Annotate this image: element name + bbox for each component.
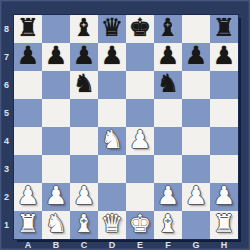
square-g5[interactable] <box>182 99 210 127</box>
square-e6[interactable] <box>126 71 154 99</box>
board: ♜♝♛♚♝♜♟♟♟♟♟♟♟♞♞♞♟♟♟♟♟♟♟♜♞♝♛♚♝♜ <box>14 15 238 239</box>
black-bishop-icon: ♝ <box>157 14 179 42</box>
file-label-f: F <box>154 240 182 250</box>
black-pawn-icon: ♟ <box>73 42 95 70</box>
square-e8[interactable]: ♚ <box>126 15 154 43</box>
black-pawn-icon: ♟ <box>185 42 207 70</box>
square-f4[interactable] <box>154 127 182 155</box>
square-c7[interactable]: ♟ <box>70 43 98 71</box>
white-rook-icon: ♜ <box>213 210 235 238</box>
square-g7[interactable]: ♟ <box>182 43 210 71</box>
square-b1[interactable]: ♞ <box>42 211 70 239</box>
black-pawn-icon: ♟ <box>213 42 235 70</box>
square-d6[interactable] <box>98 71 126 99</box>
square-e1[interactable]: ♚ <box>126 211 154 239</box>
square-f6[interactable]: ♞ <box>154 71 182 99</box>
rank-label-6: 6 <box>0 71 13 99</box>
square-a6[interactable] <box>14 71 42 99</box>
rank-label-3: 3 <box>0 155 13 183</box>
square-b6[interactable] <box>42 71 70 99</box>
square-c1[interactable]: ♝ <box>70 211 98 239</box>
white-bishop-icon: ♝ <box>157 210 179 238</box>
square-a4[interactable] <box>14 127 42 155</box>
file-label-g: G <box>182 240 210 250</box>
square-c5[interactable] <box>70 99 98 127</box>
square-g8[interactable] <box>182 15 210 43</box>
square-a3[interactable] <box>14 155 42 183</box>
white-pawn-icon: ♟ <box>45 182 67 210</box>
white-pawn-icon: ♟ <box>17 182 39 210</box>
square-g4[interactable] <box>182 127 210 155</box>
file-label-c: C <box>70 240 98 250</box>
square-e4[interactable]: ♟ <box>126 127 154 155</box>
square-g2[interactable]: ♟ <box>182 183 210 211</box>
white-knight-icon: ♞ <box>101 126 123 154</box>
square-f8[interactable]: ♝ <box>154 15 182 43</box>
black-queen-icon: ♛ <box>101 14 123 42</box>
square-h8[interactable]: ♜ <box>210 15 238 43</box>
square-b3[interactable] <box>42 155 70 183</box>
square-d5[interactable] <box>98 99 126 127</box>
white-rook-icon: ♜ <box>17 210 39 238</box>
file-label-b: B <box>42 240 70 250</box>
file-label-d: D <box>98 240 126 250</box>
square-a8[interactable]: ♜ <box>14 15 42 43</box>
square-e7[interactable] <box>126 43 154 71</box>
square-b2[interactable]: ♟ <box>42 183 70 211</box>
black-pawn-icon: ♟ <box>45 42 67 70</box>
square-h5[interactable] <box>210 99 238 127</box>
square-e5[interactable] <box>126 99 154 127</box>
white-pawn-icon: ♟ <box>73 182 95 210</box>
square-a2[interactable]: ♟ <box>14 183 42 211</box>
rank-label-1: 1 <box>0 211 13 239</box>
white-king-icon: ♚ <box>129 210 151 238</box>
square-c2[interactable]: ♟ <box>70 183 98 211</box>
white-pawn-icon: ♟ <box>185 182 207 210</box>
square-f3[interactable] <box>154 155 182 183</box>
square-c4[interactable] <box>70 127 98 155</box>
square-d7[interactable]: ♟ <box>98 43 126 71</box>
square-h6[interactable] <box>210 71 238 99</box>
black-rook-icon: ♜ <box>213 14 235 42</box>
square-f1[interactable]: ♝ <box>154 211 182 239</box>
white-bishop-icon: ♝ <box>73 210 95 238</box>
square-g3[interactable] <box>182 155 210 183</box>
square-c6[interactable]: ♞ <box>70 71 98 99</box>
white-queen-icon: ♛ <box>101 210 123 238</box>
rank-label-8: 8 <box>0 15 13 43</box>
square-a1[interactable]: ♜ <box>14 211 42 239</box>
square-g6[interactable] <box>182 71 210 99</box>
square-c3[interactable] <box>70 155 98 183</box>
black-bishop-icon: ♝ <box>73 14 95 42</box>
square-b7[interactable]: ♟ <box>42 43 70 71</box>
square-h4[interactable] <box>210 127 238 155</box>
square-d1[interactable]: ♛ <box>98 211 126 239</box>
chess-diagram: 87654321 ♜♝♛♚♝♜♟♟♟♟♟♟♟♞♞♞♟♟♟♟♟♟♟♜♞♝♛♚♝♜ … <box>0 0 250 250</box>
black-pawn-icon: ♟ <box>157 42 179 70</box>
square-d4[interactable]: ♞ <box>98 127 126 155</box>
file-label-e: E <box>126 240 154 250</box>
square-h7[interactable]: ♟ <box>210 43 238 71</box>
white-pawn-icon: ♟ <box>213 182 235 210</box>
square-h3[interactable] <box>210 155 238 183</box>
rank-label-5: 5 <box>0 99 13 127</box>
white-knight-icon: ♞ <box>45 210 67 238</box>
white-pawn-icon: ♟ <box>157 182 179 210</box>
black-king-icon: ♚ <box>129 14 151 42</box>
square-d2[interactable] <box>98 183 126 211</box>
black-rook-icon: ♜ <box>17 14 39 42</box>
rank-labels: 87654321 <box>0 15 13 239</box>
square-f5[interactable] <box>154 99 182 127</box>
rank-label-4: 4 <box>0 127 13 155</box>
square-h2[interactable]: ♟ <box>210 183 238 211</box>
rank-label-2: 2 <box>0 183 13 211</box>
square-a7[interactable]: ♟ <box>14 43 42 71</box>
square-b4[interactable] <box>42 127 70 155</box>
square-d8[interactable]: ♛ <box>98 15 126 43</box>
square-a5[interactable] <box>14 99 42 127</box>
file-label-a: A <box>14 240 42 250</box>
white-pawn-icon: ♟ <box>129 126 151 154</box>
black-knight-icon: ♞ <box>157 70 179 98</box>
square-d3[interactable] <box>98 155 126 183</box>
square-g1[interactable] <box>182 211 210 239</box>
square-e3[interactable] <box>126 155 154 183</box>
file-label-h: H <box>210 240 238 250</box>
square-h1[interactable]: ♜ <box>210 211 238 239</box>
square-f2[interactable]: ♟ <box>154 183 182 211</box>
square-f7[interactable]: ♟ <box>154 43 182 71</box>
file-labels: ABCDEFGH <box>14 240 238 250</box>
square-e2[interactable] <box>126 183 154 211</box>
black-pawn-icon: ♟ <box>101 42 123 70</box>
rank-label-7: 7 <box>0 43 13 71</box>
square-b8[interactable] <box>42 15 70 43</box>
square-b5[interactable] <box>42 99 70 127</box>
black-knight-icon: ♞ <box>73 70 95 98</box>
black-pawn-icon: ♟ <box>17 42 39 70</box>
square-c8[interactable]: ♝ <box>70 15 98 43</box>
